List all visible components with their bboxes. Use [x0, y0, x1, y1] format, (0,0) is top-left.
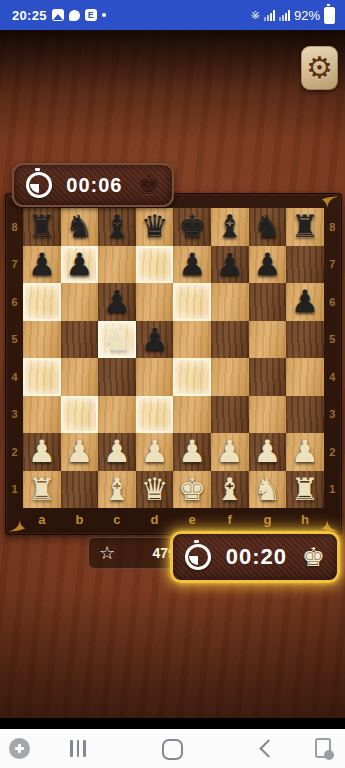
piece-black-pawn: ♟	[216, 249, 244, 280]
square-g4[interactable]	[249, 358, 287, 396]
square-c6[interactable]: ♟	[98, 283, 136, 321]
battery-percent: 92%	[294, 8, 320, 23]
piece-white-queen: ♛	[141, 474, 169, 505]
square-b8[interactable]: ♞	[61, 208, 99, 246]
frame-spacer	[286, 194, 324, 208]
file-label: b	[61, 508, 99, 533]
signal-bars-icon	[264, 10, 275, 21]
piece-white-pawn: ♟	[291, 436, 319, 467]
piece-white-rook: ♜	[291, 474, 319, 505]
rank-label: 7	[6, 246, 23, 284]
square-a4[interactable]	[23, 358, 61, 396]
rank-label: 2	[324, 433, 341, 471]
piece-white-pawn: ♟	[103, 436, 131, 467]
square-e7[interactable]: ♟	[173, 246, 211, 284]
piece-white-pawn: ♟	[253, 436, 281, 467]
rank-label: 7	[324, 246, 341, 284]
square-e1[interactable]: ♚	[173, 471, 211, 509]
piece-white-pawn: ♟	[178, 436, 206, 467]
piece-black-king: ♚	[178, 211, 206, 242]
square-b7[interactable]: ♟	[61, 246, 99, 284]
file-label: c	[98, 508, 136, 533]
piece-white-knight: ♞	[253, 474, 281, 505]
square-a1[interactable]: ♜	[23, 471, 61, 509]
piece-black-queen: ♛	[141, 211, 169, 242]
file-label: d	[136, 508, 174, 533]
square-c3[interactable]	[98, 396, 136, 434]
square-d7[interactable]	[136, 246, 174, 284]
white-clock-time: 00:20	[221, 544, 292, 570]
white-player-clock: 00:20 ♚	[170, 531, 340, 583]
square-d4[interactable]	[136, 358, 174, 396]
stopwatch-icon	[26, 172, 52, 198]
square-d2[interactable]: ♟	[136, 433, 174, 471]
rank-label: 4	[324, 358, 341, 396]
square-c7[interactable]	[98, 246, 136, 284]
piece-white-bishop: ♝	[103, 474, 131, 505]
recents-button[interactable]	[70, 740, 86, 757]
corner-flourish-icon	[321, 195, 340, 214]
square-h7[interactable]	[286, 246, 324, 284]
square-d3[interactable]	[136, 396, 174, 434]
square-d5[interactable]: ♟	[136, 321, 174, 359]
square-g3[interactable]	[249, 396, 287, 434]
rank-label: 1	[324, 471, 341, 509]
square-a6[interactable]	[23, 283, 61, 321]
status-bar: 20:25 E ※ 92%	[0, 0, 345, 30]
square-f7[interactable]: ♟	[211, 246, 249, 284]
piece-black-knight: ♞	[65, 211, 93, 242]
piece-black-rook: ♜	[28, 211, 56, 242]
black-king-icon: ♚	[137, 172, 160, 198]
piece-black-pawn: ♟	[103, 286, 131, 317]
square-b5[interactable]	[61, 321, 99, 359]
frame-spacer	[211, 194, 249, 208]
square-c1[interactable]: ♝	[98, 471, 136, 509]
battery-icon	[324, 7, 335, 24]
square-h1[interactable]: ♜	[286, 471, 324, 509]
piece-black-rook: ♜	[291, 211, 319, 242]
square-h4[interactable]	[286, 358, 324, 396]
rank-label: 1	[6, 471, 23, 509]
square-h5[interactable]	[286, 321, 324, 359]
square-e5[interactable]	[173, 321, 211, 359]
square-h6[interactable]: ♟	[286, 283, 324, 321]
piece-white-pawn: ♟	[141, 436, 169, 467]
square-b1[interactable]	[61, 471, 99, 509]
square-e3[interactable]	[173, 396, 211, 434]
piece-black-bishop: ♝	[103, 211, 131, 242]
e-badge-icon: E	[85, 9, 97, 21]
square-c8[interactable]: ♝	[98, 208, 136, 246]
square-g7[interactable]: ♟	[249, 246, 287, 284]
notification-dot-icon	[102, 13, 106, 17]
square-e6[interactable]	[173, 283, 211, 321]
piece-white-rook: ♜	[28, 474, 56, 505]
square-e8[interactable]: ♚	[173, 208, 211, 246]
stopwatch-icon	[185, 544, 211, 570]
square-h3[interactable]	[286, 396, 324, 434]
square-a7[interactable]: ♟	[23, 246, 61, 284]
square-d1[interactable]: ♛	[136, 471, 174, 509]
piece-black-pawn: ♟	[253, 249, 281, 280]
rank-label: 5	[324, 321, 341, 359]
star-icon: ☆	[99, 544, 115, 562]
rotate-hint-icon[interactable]	[315, 738, 331, 758]
piece-black-bishop: ♝	[216, 211, 244, 242]
square-a5[interactable]	[23, 321, 61, 359]
square-b6[interactable]	[61, 283, 99, 321]
square-d8[interactable]: ♛	[136, 208, 174, 246]
game-background: ⚙ 00:06 ♚ 8♜♞♝♛♚♝♞♜87♟♟♟♟♟76♟♟65♞♟544332…	[0, 30, 345, 729]
signal-bars-icon-2	[279, 10, 290, 21]
square-h2[interactable]: ♟	[286, 433, 324, 471]
black-player-clock: 00:06 ♚	[12, 163, 174, 207]
piece-white-bishop: ♝	[216, 474, 244, 505]
settings-button[interactable]: ⚙	[301, 46, 338, 90]
piece-black-pawn: ♟	[291, 286, 319, 317]
square-g5[interactable]	[249, 321, 287, 359]
chess-board: 8♜♞♝♛♚♝♞♜87♟♟♟♟♟76♟♟65♞♟544332♟♟♟♟♟♟♟♟21…	[6, 194, 341, 533]
square-c5[interactable]: ♞	[98, 321, 136, 359]
square-g1[interactable]: ♞	[249, 471, 287, 509]
rank-label: 6	[324, 283, 341, 321]
square-g8[interactable]: ♞	[249, 208, 287, 246]
gear-icon: ⚙	[306, 53, 333, 83]
chess-board-frame: 8♜♞♝♛♚♝♞♜87♟♟♟♟♟76♟♟65♞♟544332♟♟♟♟♟♟♟♟21…	[5, 193, 342, 535]
piece-black-pawn: ♟	[65, 249, 93, 280]
square-c2[interactable]: ♟	[98, 433, 136, 471]
back-button[interactable]	[259, 739, 277, 757]
clock-time: 20:25	[12, 8, 47, 23]
piece-white-king: ♚	[178, 474, 206, 505]
file-label: a	[23, 508, 61, 533]
file-label: f	[211, 508, 249, 533]
square-a2[interactable]: ♟	[23, 433, 61, 471]
file-label: g	[249, 508, 287, 533]
square-b2[interactable]: ♟	[61, 433, 99, 471]
photo-notification-icon	[52, 9, 64, 21]
square-e4[interactable]	[173, 358, 211, 396]
square-f3[interactable]	[211, 396, 249, 434]
piece-black-pawn: ♟	[141, 324, 169, 355]
square-d6[interactable]	[136, 283, 174, 321]
square-a3[interactable]	[23, 396, 61, 434]
white-king-icon: ♚	[302, 544, 325, 570]
game-launcher-icon[interactable]	[9, 738, 30, 759]
square-f5[interactable]	[211, 321, 249, 359]
rank-label: 6	[6, 283, 23, 321]
system-misc-icon: ※	[251, 10, 260, 21]
square-f4[interactable]	[211, 358, 249, 396]
piece-white-pawn: ♟	[216, 436, 244, 467]
square-e2[interactable]: ♟	[173, 433, 211, 471]
square-f8[interactable]: ♝	[211, 208, 249, 246]
square-b4[interactable]	[61, 358, 99, 396]
square-f1[interactable]: ♝	[211, 471, 249, 509]
piece-black-pawn: ♟	[178, 249, 206, 280]
android-nav-bar	[0, 729, 345, 768]
file-label: h	[286, 508, 324, 533]
square-f2[interactable]: ♟	[211, 433, 249, 471]
square-h8[interactable]: ♜	[286, 208, 324, 246]
piece-black-knight: ♞	[253, 211, 281, 242]
square-f6[interactable]	[211, 283, 249, 321]
frame-spacer	[249, 194, 287, 208]
square-g6[interactable]	[249, 283, 287, 321]
corner-flourish-icon	[7, 514, 26, 533]
rank-label: 4	[6, 358, 23, 396]
square-g2[interactable]: ♟	[249, 433, 287, 471]
chat-notification-icon	[69, 10, 80, 21]
home-button[interactable]	[162, 739, 183, 760]
nav-divider-strip	[0, 718, 345, 729]
piece-white-pawn: ♟	[28, 436, 56, 467]
file-label: e	[173, 508, 211, 533]
piece-white-knight: ♞	[103, 324, 131, 355]
square-a8[interactable]: ♜	[23, 208, 61, 246]
rank-label: 5	[6, 321, 23, 359]
piece-black-pawn: ♟	[28, 249, 56, 280]
frame-spacer	[173, 194, 211, 208]
piece-white-pawn: ♟	[65, 436, 93, 467]
square-c4[interactable]	[98, 358, 136, 396]
rank-label: 2	[6, 433, 23, 471]
phone-screen: 20:25 E ※ 92% ⚙ 00:06 ♚	[0, 0, 345, 768]
rank-label: 3	[6, 396, 23, 434]
rank-label: 3	[324, 396, 341, 434]
black-clock-time: 00:06	[62, 174, 127, 197]
square-b3[interactable]	[61, 396, 99, 434]
